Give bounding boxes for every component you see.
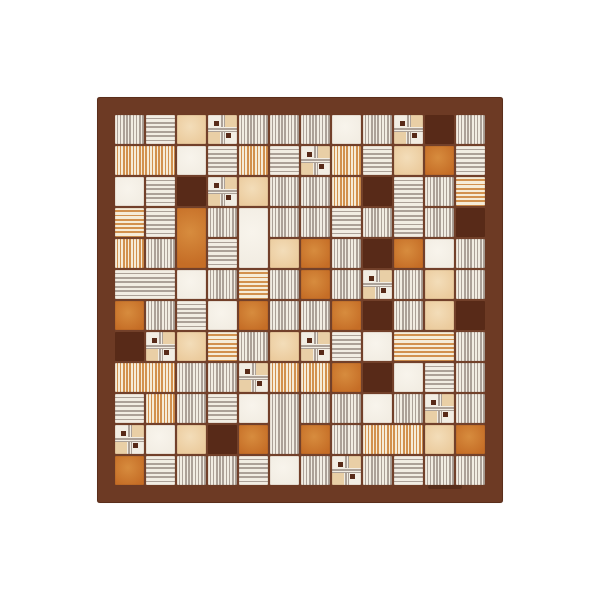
patch-solid-cream: [332, 115, 361, 144]
patch-vertical-stripes-cream: [177, 363, 206, 392]
patch-vertical-stripes-orange: [115, 146, 175, 175]
patch-solid-dark-brown: [208, 425, 237, 454]
patch-solid-tan: [270, 239, 299, 268]
patch-solid-cream: [270, 456, 299, 485]
patch-horizontal-stripes-cream: [115, 270, 175, 299]
patch-vertical-stripes-cream: [270, 208, 299, 237]
patch-horizontal-stripes-cream: [146, 208, 175, 237]
patch-solid-cream: [208, 301, 237, 330]
patch-pinwheel-motif: [425, 394, 454, 423]
patch-vertical-stripes-cream: [270, 394, 299, 454]
patch-solid-orange: [301, 425, 330, 454]
patch-horizontal-stripes-cream: [177, 301, 206, 330]
patch-vertical-stripes-cream: [239, 332, 268, 361]
patch-solid-orange: [239, 425, 268, 454]
patch-horizontal-stripes-cream: [208, 239, 237, 268]
patch-solid-orange: [115, 301, 144, 330]
patch-horizontal-stripes-cream: [115, 394, 144, 423]
patch-solid-cream: [363, 394, 392, 423]
patch-vertical-stripes-cream: [425, 208, 454, 237]
patch-vertical-stripes-cream: [301, 456, 330, 485]
patch-vertical-stripes-cream: [456, 115, 485, 144]
patch-vertical-stripes-cream: [208, 456, 237, 485]
patch-vertical-stripes-cream: [363, 456, 392, 485]
patch-horizontal-stripes-orange: [394, 332, 454, 361]
patch-vertical-stripes-cream: [301, 301, 330, 330]
patch-vertical-stripes-cream: [115, 115, 144, 144]
patch-vertical-stripes-cream: [208, 208, 237, 237]
patch-solid-tan: [425, 425, 454, 454]
patch-solid-cream: [115, 177, 144, 206]
patch-solid-orange: [394, 239, 423, 268]
patch-vertical-stripes-cream: [177, 456, 206, 485]
patch-horizontal-stripes-orange: [456, 177, 485, 206]
patch-horizontal-stripes-cream: [456, 146, 485, 175]
patch-vertical-stripes-cream: [332, 270, 361, 299]
patch-pinwheel-motif: [363, 270, 392, 299]
patch-vertical-stripes-cream: [146, 301, 175, 330]
patch-vertical-stripes-cream: [301, 177, 330, 206]
patch-solid-tan: [425, 270, 454, 299]
patch-vertical-stripes-orange: [363, 425, 423, 454]
patch-horizontal-stripes-cream: [425, 363, 454, 392]
patch-solid-dark-brown: [425, 115, 454, 144]
patch-pinwheel-motif: [146, 332, 175, 361]
patch-horizontal-stripes-cream: [394, 177, 423, 237]
patch-horizontal-stripes-cream: [146, 177, 175, 206]
patch-vertical-stripes-cream: [270, 177, 299, 206]
patch-vertical-stripes-orange: [146, 394, 175, 423]
patch-solid-orange: [301, 239, 330, 268]
patch-solid-dark-brown: [363, 301, 392, 330]
patch-solid-cream: [363, 332, 392, 361]
patch-horizontal-stripes-cream: [208, 394, 237, 423]
patch-vertical-stripes-cream: [394, 270, 423, 299]
product-photo: [0, 0, 600, 600]
patch-horizontal-stripes-cream: [332, 332, 361, 361]
patch-vertical-stripes-cream: [332, 425, 361, 454]
patch-solid-orange: [456, 425, 485, 454]
patch-vertical-stripes-cream: [270, 301, 299, 330]
patch-vertical-stripes-cream: [301, 208, 330, 237]
patch-solid-dark-brown: [177, 177, 206, 206]
patch-solid-dark-brown: [363, 177, 392, 206]
patch-solid-cream: [394, 363, 423, 392]
patch-horizontal-stripes-cream: [146, 115, 175, 144]
patch-solid-cream: [146, 425, 175, 454]
patch-solid-orange: [301, 270, 330, 299]
patch-solid-dark-brown: [115, 332, 144, 361]
patch-vertical-stripes-cream: [456, 394, 485, 423]
patch-vertical-stripes-cream: [394, 301, 423, 330]
patch-horizontal-stripes-cream: [332, 208, 361, 237]
patch-solid-cream: [177, 270, 206, 299]
patch-vertical-stripes-cream: [239, 115, 268, 144]
patch-vertical-stripes-cream: [456, 332, 485, 361]
patch-vertical-stripes-cream: [363, 115, 392, 144]
patch-solid-orange: [332, 301, 361, 330]
scarf: [97, 97, 503, 503]
patch-solid-tan: [425, 301, 454, 330]
patch-vertical-stripes-cream: [456, 363, 485, 392]
patch-solid-cream: [239, 208, 268, 268]
patch-vertical-stripes-cream: [332, 394, 361, 423]
patch-vertical-stripes-cream: [363, 208, 392, 237]
patch-solid-orange: [239, 301, 268, 330]
patch-horizontal-stripes-cream: [394, 456, 423, 485]
patch-solid-orange: [425, 146, 454, 175]
patch-vertical-stripes-orange: [270, 363, 299, 392]
patch-pinwheel-motif: [332, 456, 361, 485]
patch-pinwheel-motif: [208, 115, 237, 144]
patch-vertical-stripes-cream: [332, 239, 361, 268]
patch-vertical-stripes-cream: [425, 456, 454, 485]
patch-solid-tan: [177, 332, 206, 361]
patch-vertical-stripes-orange: [115, 363, 175, 392]
patch-horizontal-stripes-cream: [146, 456, 175, 485]
patch-vertical-stripes-cream: [146, 239, 175, 268]
patch-solid-orange: [177, 208, 206, 268]
patch-vertical-stripes-orange: [239, 146, 268, 175]
patchwork-pattern: [115, 115, 485, 485]
patch-solid-orange: [332, 363, 361, 392]
patch-pinwheel-motif: [394, 115, 423, 144]
patch-horizontal-stripes-cream: [208, 146, 237, 175]
patch-pinwheel-motif: [115, 425, 144, 454]
patch-pinwheel-motif: [301, 146, 330, 175]
patch-vertical-stripes-cream: [208, 270, 237, 299]
patch-vertical-stripes-cream: [177, 394, 206, 423]
patch-vertical-stripes-cream: [456, 270, 485, 299]
patch-solid-tan: [177, 425, 206, 454]
patch-solid-dark-brown: [363, 363, 392, 392]
patch-solid-dark-brown: [363, 239, 392, 268]
patch-horizontal-stripes-orange: [208, 332, 237, 361]
patch-pinwheel-motif: [301, 332, 330, 361]
patch-solid-tan: [270, 332, 299, 361]
patch-solid-cream: [177, 146, 206, 175]
patch-horizontal-stripes-orange: [239, 270, 268, 299]
patch-pinwheel-motif: [208, 177, 237, 206]
patch-vertical-stripes-cream: [456, 456, 485, 485]
patch-solid-dark-brown: [456, 301, 485, 330]
signature-mark: [428, 485, 462, 489]
patch-vertical-stripes-cream: [301, 115, 330, 144]
patch-solid-cream: [425, 239, 454, 268]
patch-vertical-stripes-cream: [456, 239, 485, 268]
patch-vertical-stripes-orange: [332, 177, 361, 206]
patch-solid-dark-brown: [456, 208, 485, 237]
patch-solid-cream: [239, 394, 268, 423]
patch-solid-orange: [115, 456, 144, 485]
patch-solid-tan: [177, 115, 206, 144]
patch-vertical-stripes-cream: [301, 394, 330, 423]
patch-vertical-stripes-cream: [394, 394, 423, 423]
patch-vertical-stripes-cream: [425, 177, 454, 206]
patch-vertical-stripes-cream: [270, 115, 299, 144]
patch-vertical-stripes-cream: [270, 270, 299, 299]
patch-vertical-stripes-cream: [208, 363, 237, 392]
patch-horizontal-stripes-cream: [363, 146, 392, 175]
patch-horizontal-stripes-cream: [239, 456, 268, 485]
patch-pinwheel-motif: [239, 363, 268, 392]
patch-vertical-stripes-orange: [301, 363, 330, 392]
patch-horizontal-stripes-cream: [270, 146, 299, 175]
patch-horizontal-stripes-orange: [115, 208, 144, 237]
patch-solid-tan: [394, 146, 423, 175]
patch-vertical-stripes-orange: [115, 239, 144, 268]
patch-solid-tan: [239, 177, 268, 206]
patch-vertical-stripes-orange: [332, 146, 361, 175]
